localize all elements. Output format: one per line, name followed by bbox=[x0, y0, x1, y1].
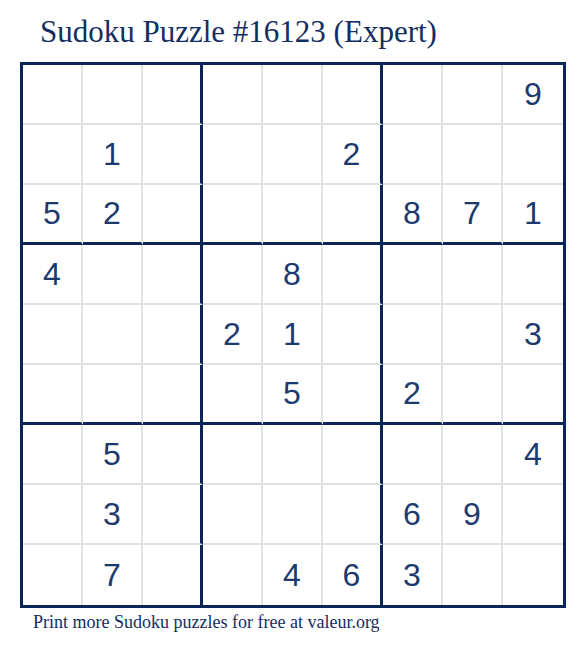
cell-r3c1: 5 bbox=[23, 185, 83, 245]
cell-r5c9: 3 bbox=[503, 305, 563, 365]
cell-r1c6 bbox=[323, 65, 383, 125]
cell-r7c3 bbox=[143, 425, 203, 485]
cell-r1c4 bbox=[203, 65, 263, 125]
cell-r3c2: 2 bbox=[83, 185, 143, 245]
cell-r1c5 bbox=[263, 65, 323, 125]
cell-r7c4 bbox=[203, 425, 263, 485]
cell-r5c8 bbox=[443, 305, 503, 365]
cell-r1c3 bbox=[143, 65, 203, 125]
cell-r9c1 bbox=[23, 545, 83, 605]
cell-r7c8 bbox=[443, 425, 503, 485]
page-title: Sudoku Puzzle #16123 (Expert) bbox=[40, 14, 437, 50]
cell-r2c8 bbox=[443, 125, 503, 185]
cell-r5c1 bbox=[23, 305, 83, 365]
cell-r9c5: 4 bbox=[263, 545, 323, 605]
cell-r6c3 bbox=[143, 365, 203, 425]
cell-r7c9: 4 bbox=[503, 425, 563, 485]
cell-r2c3 bbox=[143, 125, 203, 185]
cell-r1c1 bbox=[23, 65, 83, 125]
sudoku-board: 912528714821352543697463 bbox=[20, 62, 566, 608]
cell-r4c9 bbox=[503, 245, 563, 305]
cell-r2c6: 2 bbox=[323, 125, 383, 185]
cell-r2c1 bbox=[23, 125, 83, 185]
cell-r8c4 bbox=[203, 485, 263, 545]
cell-r3c8: 7 bbox=[443, 185, 503, 245]
cell-r8c7: 6 bbox=[383, 485, 443, 545]
cell-r7c5 bbox=[263, 425, 323, 485]
cell-r1c9: 9 bbox=[503, 65, 563, 125]
cell-r9c3 bbox=[143, 545, 203, 605]
cell-r6c4 bbox=[203, 365, 263, 425]
cell-r8c1 bbox=[23, 485, 83, 545]
cell-r3c6 bbox=[323, 185, 383, 245]
cell-r9c7: 3 bbox=[383, 545, 443, 605]
cell-r8c3 bbox=[143, 485, 203, 545]
cell-r6c6 bbox=[323, 365, 383, 425]
cell-r2c4 bbox=[203, 125, 263, 185]
cell-r4c3 bbox=[143, 245, 203, 305]
footer-text: Print more Sudoku puzzles for free at va… bbox=[33, 612, 380, 633]
cell-r7c2: 5 bbox=[83, 425, 143, 485]
cell-r6c7: 2 bbox=[383, 365, 443, 425]
cell-r4c7 bbox=[383, 245, 443, 305]
cell-r8c5 bbox=[263, 485, 323, 545]
cell-r3c5 bbox=[263, 185, 323, 245]
cell-r9c2: 7 bbox=[83, 545, 143, 605]
cell-r3c7: 8 bbox=[383, 185, 443, 245]
cell-r3c4 bbox=[203, 185, 263, 245]
cell-r3c9: 1 bbox=[503, 185, 563, 245]
cell-r8c8: 9 bbox=[443, 485, 503, 545]
cell-r9c4 bbox=[203, 545, 263, 605]
cell-r3c3 bbox=[143, 185, 203, 245]
cell-r1c8 bbox=[443, 65, 503, 125]
cell-r9c6: 6 bbox=[323, 545, 383, 605]
cell-r7c7 bbox=[383, 425, 443, 485]
cell-r5c2 bbox=[83, 305, 143, 365]
cell-r5c4: 2 bbox=[203, 305, 263, 365]
cell-r7c6 bbox=[323, 425, 383, 485]
cell-r5c6 bbox=[323, 305, 383, 365]
cell-r6c5: 5 bbox=[263, 365, 323, 425]
cell-r6c2 bbox=[83, 365, 143, 425]
cell-r5c5: 1 bbox=[263, 305, 323, 365]
cell-r2c5 bbox=[263, 125, 323, 185]
cell-r9c8 bbox=[443, 545, 503, 605]
cell-r6c8 bbox=[443, 365, 503, 425]
cell-r4c6 bbox=[323, 245, 383, 305]
cell-r4c8 bbox=[443, 245, 503, 305]
cell-r8c9 bbox=[503, 485, 563, 545]
cell-r6c9 bbox=[503, 365, 563, 425]
cell-r7c1 bbox=[23, 425, 83, 485]
cell-r1c7 bbox=[383, 65, 443, 125]
cell-r4c5: 8 bbox=[263, 245, 323, 305]
cell-r4c1: 4 bbox=[23, 245, 83, 305]
cell-r8c2: 3 bbox=[83, 485, 143, 545]
cell-r2c2: 1 bbox=[83, 125, 143, 185]
cell-r4c2 bbox=[83, 245, 143, 305]
cell-r2c7 bbox=[383, 125, 443, 185]
cell-r5c7 bbox=[383, 305, 443, 365]
cell-r1c2 bbox=[83, 65, 143, 125]
cell-r8c6 bbox=[323, 485, 383, 545]
cell-r9c9 bbox=[503, 545, 563, 605]
cell-r2c9 bbox=[503, 125, 563, 185]
cell-r6c1 bbox=[23, 365, 83, 425]
cell-r4c4 bbox=[203, 245, 263, 305]
cell-r5c3 bbox=[143, 305, 203, 365]
